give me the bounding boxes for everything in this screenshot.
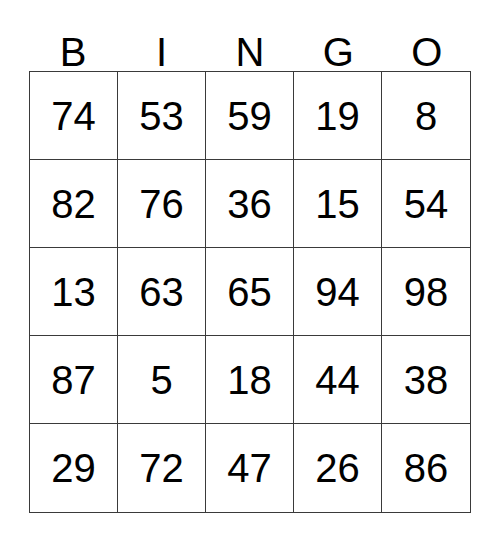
cell-r1c4[interactable]: 19 <box>294 72 382 160</box>
cell-r1c2[interactable]: 53 <box>118 72 206 160</box>
header-letter-O: O <box>383 29 471 75</box>
cell-r4c2[interactable]: 5 <box>118 336 206 424</box>
bingo-card: BINGO 7453591988276361554136365949887518… <box>0 0 500 544</box>
cell-r4c1[interactable]: 87 <box>30 336 118 424</box>
header-letter-G: G <box>294 29 382 75</box>
cell-r1c1[interactable]: 74 <box>30 72 118 160</box>
cell-r5c3[interactable]: 47 <box>206 424 294 512</box>
cell-r5c2[interactable]: 72 <box>118 424 206 512</box>
cell-r3c5[interactable]: 98 <box>382 248 470 336</box>
cell-r2c1[interactable]: 82 <box>30 160 118 248</box>
cell-r1c3[interactable]: 59 <box>206 72 294 160</box>
cell-r4c3[interactable]: 18 <box>206 336 294 424</box>
cell-r2c3[interactable]: 36 <box>206 160 294 248</box>
cell-r2c5[interactable]: 54 <box>382 160 470 248</box>
cell-r1c5[interactable]: 8 <box>382 72 470 160</box>
cell-r3c3[interactable]: 65 <box>206 248 294 336</box>
bingo-grid: 7453591988276361554136365949887518443829… <box>29 71 471 513</box>
cell-r3c4[interactable]: 94 <box>294 248 382 336</box>
header-letter-N: N <box>206 29 294 75</box>
cell-r5c4[interactable]: 26 <box>294 424 382 512</box>
cell-r2c2[interactable]: 76 <box>118 160 206 248</box>
header-letter-B: B <box>29 29 117 75</box>
cell-r4c5[interactable]: 38 <box>382 336 470 424</box>
cell-r5c1[interactable]: 29 <box>30 424 118 512</box>
bingo-header-row: BINGO <box>29 29 471 75</box>
header-letter-I: I <box>117 29 205 75</box>
cell-r5c5[interactable]: 86 <box>382 424 470 512</box>
cell-r2c4[interactable]: 15 <box>294 160 382 248</box>
cell-r3c1[interactable]: 13 <box>30 248 118 336</box>
cell-r3c2[interactable]: 63 <box>118 248 206 336</box>
cell-r4c4[interactable]: 44 <box>294 336 382 424</box>
